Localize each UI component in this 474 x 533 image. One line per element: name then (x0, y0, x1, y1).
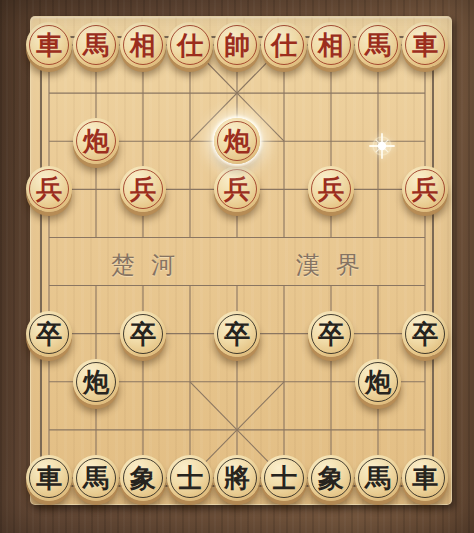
piece-black-soldier[interactable]: 卒 (214, 311, 260, 357)
piece-red-soldier[interactable]: 兵 (214, 166, 260, 212)
piece-red-horse[interactable]: 馬 (73, 22, 119, 68)
piece-red-advisor[interactable]: 仕 (261, 22, 307, 68)
board-grid (30, 16, 452, 505)
piece-red-elephant[interactable]: 相 (120, 22, 166, 68)
river-label-right: 漢界 (296, 252, 376, 278)
river-label-left: 楚河 (111, 252, 191, 278)
piece-red-advisor[interactable]: 仕 (167, 22, 213, 68)
piece-red-horse[interactable]: 馬 (355, 22, 401, 68)
piece-black-advisor[interactable]: 士 (261, 455, 307, 501)
piece-black-chariot[interactable]: 車 (402, 455, 448, 501)
piece-red-soldier[interactable]: 兵 (402, 166, 448, 212)
piece-black-elephant[interactable]: 象 (308, 455, 354, 501)
piece-black-elephant[interactable]: 象 (120, 455, 166, 501)
piece-black-cannon[interactable]: 炮 (73, 359, 119, 405)
piece-black-horse[interactable]: 馬 (355, 455, 401, 501)
piece-red-general[interactable]: 帥 (214, 22, 260, 68)
piece-red-cannon[interactable]: 炮 (214, 118, 260, 164)
piece-black-chariot[interactable]: 車 (26, 455, 72, 501)
piece-red-chariot[interactable]: 車 (402, 22, 448, 68)
piece-red-soldier[interactable]: 兵 (120, 166, 166, 212)
piece-black-cannon[interactable]: 炮 (355, 359, 401, 405)
piece-red-elephant[interactable]: 相 (308, 22, 354, 68)
xiangqi-app: 楚河 漢界 車馬相仕帥仕相馬車炮炮兵兵兵兵兵卒卒卒卒卒炮炮車馬象士將士象馬車 (0, 0, 474, 533)
piece-red-soldier[interactable]: 兵 (308, 166, 354, 212)
piece-black-soldier[interactable]: 卒 (26, 311, 72, 357)
piece-black-horse[interactable]: 馬 (73, 455, 119, 501)
piece-red-cannon[interactable]: 炮 (73, 118, 119, 164)
piece-red-soldier[interactable]: 兵 (26, 166, 72, 212)
xiangqi-board: 楚河 漢界 (30, 16, 452, 505)
piece-black-soldier[interactable]: 卒 (402, 311, 448, 357)
piece-black-general[interactable]: 將 (214, 455, 260, 501)
piece-black-soldier[interactable]: 卒 (308, 311, 354, 357)
piece-black-soldier[interactable]: 卒 (120, 311, 166, 357)
piece-red-chariot[interactable]: 車 (26, 22, 72, 68)
piece-black-advisor[interactable]: 士 (167, 455, 213, 501)
